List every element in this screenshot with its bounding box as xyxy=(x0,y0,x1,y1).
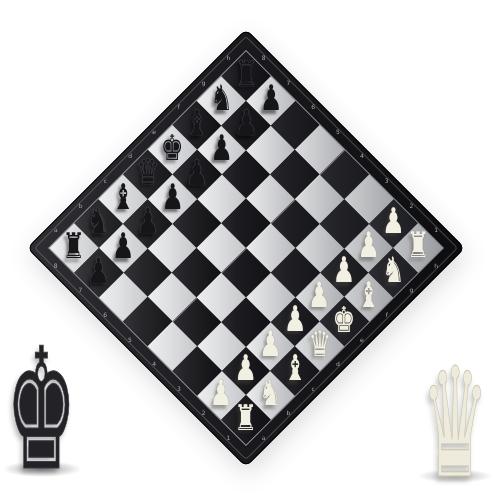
coordinate-label: 8 xyxy=(262,55,266,61)
coordinate-label: 3 xyxy=(385,178,389,184)
coordinate-label: b xyxy=(79,202,83,208)
white-piece[interactable]: ♜ xyxy=(407,228,430,263)
coordinate-label: 2 xyxy=(409,202,413,208)
black-piece[interactable]: ♞ xyxy=(210,81,233,116)
coordinate-label: h xyxy=(434,263,438,269)
white-piece[interactable]: ♝ xyxy=(284,351,307,386)
black-piece[interactable]: ♛ xyxy=(136,155,159,190)
coordinate-label: h xyxy=(226,55,230,61)
black-piece[interactable]: ♟ xyxy=(112,228,135,263)
white-piece[interactable]: ♟ xyxy=(259,327,282,362)
black-king-glyph: ♚ xyxy=(6,326,77,494)
white-piece[interactable]: ♟ xyxy=(284,302,307,337)
black-piece[interactable]: ♟ xyxy=(161,179,184,214)
chess-board: ♜♟♟♜♞♟♟♞♝♟♟♝♚♟♟♚♛♟♟♛♝♟♟♝♞♟♟♞♜♟♟♜ 8765432… xyxy=(91,93,401,403)
coordinate-label: e xyxy=(152,129,156,135)
white-piece[interactable]: ♟ xyxy=(308,277,331,312)
white-piece[interactable]: ♟ xyxy=(357,228,380,263)
black-piece[interactable]: ♟ xyxy=(210,130,233,165)
coordinate-label: 2 xyxy=(202,410,206,416)
white-piece[interactable]: ♜ xyxy=(235,400,258,435)
black-piece[interactable]: ♟ xyxy=(185,155,208,190)
white-piece[interactable]: ♟ xyxy=(235,351,258,386)
black-piece[interactable]: ♝ xyxy=(185,105,208,140)
black-piece[interactable]: ♟ xyxy=(235,105,258,140)
black-piece[interactable]: ♟ xyxy=(136,204,159,239)
white-piece[interactable]: ♝ xyxy=(357,277,380,312)
white-piece[interactable]: ♞ xyxy=(382,253,405,288)
coordinate-label: f xyxy=(386,312,388,318)
black-piece[interactable]: ♟ xyxy=(259,81,282,116)
coordinate-label: g xyxy=(409,288,413,294)
black-piece[interactable]: ♜ xyxy=(235,56,258,91)
coordinate-label: e xyxy=(360,337,364,343)
coordinate-label: 1 xyxy=(226,435,230,441)
coordinate-label: f xyxy=(178,104,180,110)
coordinate-label: a xyxy=(262,435,266,441)
coordinate-label: 5 xyxy=(128,337,132,343)
white-piece[interactable]: ♛ xyxy=(308,327,331,362)
coordinate-label: 6 xyxy=(103,312,107,318)
black-piece[interactable]: ♞ xyxy=(87,204,110,239)
coordinate-label: 7 xyxy=(79,288,83,294)
coordinate-label: d xyxy=(128,153,132,159)
black-piece[interactable]: ♚ xyxy=(161,130,184,165)
black-piece[interactable]: ♜ xyxy=(63,228,86,263)
coordinate-label: 1 xyxy=(434,227,438,233)
coordinate-label: 4 xyxy=(152,361,156,367)
coordinate-label: a xyxy=(54,227,58,233)
white-queen-glyph: ♛ xyxy=(421,348,489,500)
board-frame: ♜♟♟♜♞♟♟♞♝♟♟♝♚♟♟♚♛♟♟♛♝♟♟♝♞♟♟♞♜♟♟♜ 8765432… xyxy=(27,29,465,467)
display-black-king: ♚ xyxy=(0,336,82,484)
coordinate-label: 3 xyxy=(177,386,181,392)
board-surface: ♜♟♟♜♞♟♟♞♝♟♟♝♚♟♟♚♛♟♟♛♝♟♟♝♞♟♟♞♜♟♟♜ xyxy=(49,51,442,444)
coordinate-label: 6 xyxy=(311,104,315,110)
coordinate-label: c xyxy=(311,386,314,392)
black-piece[interactable]: ♝ xyxy=(112,179,135,214)
coordinate-label: b xyxy=(287,410,291,416)
white-piece[interactable]: ♟ xyxy=(210,376,233,411)
board-diamond: ♜♟♟♜♞♟♟♞♝♟♟♝♚♟♟♚♛♟♟♛♝♟♟♝♞♟♟♞♜♟♟♜ 8765432… xyxy=(27,29,465,467)
coordinate-label: 8 xyxy=(54,263,58,269)
coordinate-label: c xyxy=(104,178,107,184)
coordinate-label: 7 xyxy=(287,80,291,86)
product-photo: ♜♟♟♜♞♟♟♞♝♟♟♝♚♟♟♚♛♟♟♛♝♟♟♝♞♟♟♞♜♟♟♜ 8765432… xyxy=(0,0,500,500)
white-piece[interactable]: ♟ xyxy=(382,204,405,239)
white-piece[interactable]: ♟ xyxy=(333,253,356,288)
black-piece[interactable]: ♟ xyxy=(87,253,110,288)
white-piece[interactable]: ♞ xyxy=(259,376,282,411)
coordinate-label: 5 xyxy=(336,129,340,135)
white-piece[interactable]: ♚ xyxy=(333,302,356,337)
display-white-queen: ♛ xyxy=(412,356,498,492)
coordinate-label: d xyxy=(336,361,340,367)
coordinate-label: g xyxy=(202,80,206,86)
coordinate-label: 4 xyxy=(360,153,364,159)
